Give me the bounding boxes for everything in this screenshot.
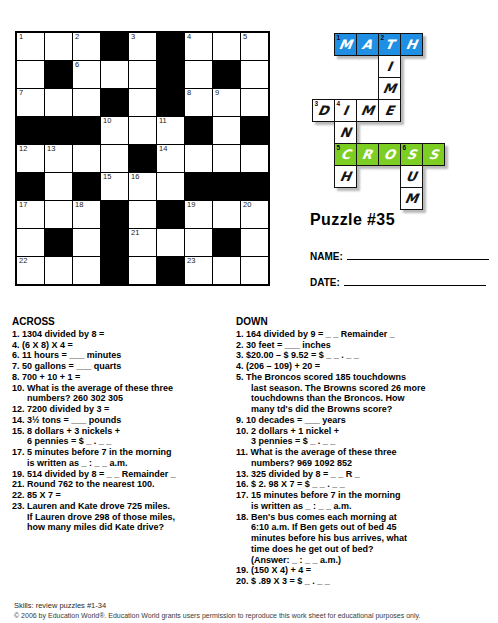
logo-letter: H — [405, 38, 418, 51]
clue-line: 17. 5 minutes before 7 in the morning — [12, 447, 240, 458]
white-cell[interactable] — [73, 229, 100, 256]
black-cell — [157, 61, 184, 88]
clue-line: 11. What is the average of these three — [236, 447, 496, 458]
logo-cell-u: U — [400, 165, 423, 188]
white-cell[interactable] — [17, 229, 44, 256]
clue-line: 17. 15 minutes before 7 in the morning — [236, 490, 496, 501]
logo-letter: R — [361, 148, 373, 161]
mathcross-logo: 1MA2THIM3D4IMEN5CRO6SSHUM — [312, 33, 457, 215]
white-cell[interactable] — [213, 117, 240, 144]
logo-cell-d: 3D — [312, 99, 335, 122]
white-cell[interactable]: 6 — [73, 61, 100, 88]
white-cell[interactable] — [45, 33, 72, 60]
black-cell — [17, 117, 44, 144]
cell-number: 19 — [187, 201, 195, 209]
white-cell[interactable] — [129, 61, 156, 88]
logo-cell-number: 3 — [315, 100, 319, 107]
name-input-line[interactable] — [347, 250, 489, 260]
logo-cell-a: A — [356, 33, 379, 56]
white-cell[interactable]: 15 — [101, 173, 128, 200]
logo-cell-i: 4I — [334, 99, 357, 122]
white-cell[interactable] — [213, 145, 240, 172]
clue-line: minutes before his bus arrives, what — [236, 533, 496, 544]
clue-line: 4. (206 – 109) + 20 = — [236, 361, 496, 372]
crossword-grid: 1234567891011121314151617181920212223 — [15, 31, 270, 286]
cell-number: 14 — [159, 145, 167, 153]
logo-cell-number: 6 — [403, 144, 407, 151]
white-cell[interactable]: 14 — [157, 145, 184, 172]
logo-cell-o: O — [378, 143, 401, 166]
white-cell[interactable]: 22 — [17, 257, 44, 284]
clue-line: 1. 1304 divided by 8 = — [12, 329, 240, 340]
clue-line: last season. The Browns scored 26 more — [236, 383, 496, 394]
white-cell[interactable]: 23 — [185, 257, 212, 284]
cell-number: 23 — [187, 257, 195, 265]
clue-line: numbers? 260 302 305 — [12, 393, 240, 404]
black-cell — [101, 89, 128, 116]
logo-cell-s: S — [422, 143, 445, 166]
cell-number: 16 — [131, 173, 139, 181]
cell-number: 18 — [75, 201, 83, 209]
black-cell — [157, 33, 184, 60]
white-cell[interactable]: 19 — [185, 201, 212, 228]
white-cell[interactable]: 16 — [129, 173, 156, 200]
cell-number: 9 — [215, 89, 219, 97]
clue-line: numbers? 969 1092 852 — [236, 458, 496, 469]
white-cell[interactable]: 12 — [17, 145, 44, 172]
clue-line: 19. (150 X 4) + 4 = — [236, 565, 496, 576]
footer-copyright-line: © 2006 by Education World®. Education Wo… — [14, 611, 494, 621]
cell-number: 5 — [243, 33, 247, 41]
black-cell — [157, 201, 184, 228]
logo-letter: I — [386, 60, 393, 73]
white-cell[interactable] — [129, 201, 156, 228]
clue-line: how many miles did Kate drive? — [12, 522, 240, 533]
clue-line: 16. $ 2. 98 X 7 = $ _ _ . _ _ — [236, 479, 496, 490]
cell-number: 7 — [19, 89, 23, 97]
down-header: DOWN — [236, 317, 496, 328]
black-cell — [241, 117, 268, 144]
cell-number: 13 — [47, 145, 55, 153]
white-cell[interactable] — [17, 61, 44, 88]
logo-cell-h: H — [334, 165, 357, 188]
white-cell[interactable] — [73, 257, 100, 284]
black-cell — [45, 61, 72, 88]
clue-line: 14. 3½ tons = ___ pounds — [12, 415, 240, 426]
clue-line: 13. 325 divided by 8 = _ _ R _ — [236, 469, 496, 480]
logo-letter: H — [339, 170, 352, 183]
white-cell[interactable] — [241, 89, 268, 116]
logo-letter: D — [317, 104, 330, 117]
white-cell[interactable]: 18 — [73, 201, 100, 228]
name-row: NAME: — [310, 250, 489, 262]
white-cell[interactable]: 13 — [45, 145, 72, 172]
clue-line: 3. $20.00 – $ 9.52 = $ _ _ . _ _ — [236, 350, 496, 361]
white-cell[interactable] — [185, 229, 212, 256]
black-cell — [17, 173, 44, 200]
white-cell[interactable] — [45, 173, 72, 200]
clue-line: 10. 2 dollars + 1 nickel + — [236, 426, 496, 437]
footer: Skills: review puzzles #1-34 © 2006 by E… — [14, 601, 494, 621]
clue-line: 6. 11 hours = ___ minutes — [12, 350, 240, 361]
cell-number: 3 — [131, 33, 135, 41]
white-cell[interactable]: 3 — [129, 33, 156, 60]
clue-line: If Lauren drove 298 of those miles, — [12, 512, 240, 523]
white-cell[interactable]: 4 — [185, 33, 212, 60]
white-cell[interactable] — [157, 173, 184, 200]
logo-cell-number: 2 — [381, 34, 385, 41]
black-cell — [185, 173, 212, 200]
white-cell[interactable] — [185, 145, 212, 172]
black-cell — [45, 229, 72, 256]
white-cell[interactable] — [129, 257, 156, 284]
cell-number: 21 — [131, 229, 139, 237]
white-cell[interactable] — [213, 201, 240, 228]
puzzle-title: Puzzle #35 — [310, 211, 395, 229]
logo-letter: E — [384, 104, 395, 117]
clue-line: time does he get out of bed? — [236, 544, 496, 555]
logo-cell-number: 5 — [337, 144, 341, 151]
cell-number: 17 — [19, 201, 27, 209]
white-cell[interactable] — [213, 33, 240, 60]
white-cell[interactable]: 9 — [213, 89, 240, 116]
date-row: DATE: — [310, 276, 486, 288]
cell-number: 6 — [75, 61, 79, 69]
logo-letter: O — [383, 148, 396, 161]
white-cell[interactable] — [241, 61, 268, 88]
cell-number: 1 — [19, 33, 23, 41]
across-column: ACROSS 1. 1304 divided by 8 =4. (6 X 8) … — [12, 317, 240, 533]
cell-number: 12 — [19, 145, 27, 153]
white-cell[interactable]: 2 — [73, 33, 100, 60]
across-list: 1. 1304 divided by 8 =4. (6 X 8) X 4 =6.… — [12, 329, 240, 533]
white-cell[interactable] — [73, 145, 100, 172]
black-cell — [73, 173, 100, 200]
logo-cell-m: 1M — [334, 33, 357, 56]
clue-line: 15. 8 dollars + 3 nickels + — [12, 426, 240, 437]
black-cell — [129, 145, 156, 172]
logo-letter: I — [342, 104, 349, 117]
logo-letter: M — [382, 82, 397, 95]
white-cell[interactable] — [45, 201, 72, 228]
logo-cell-m: M — [378, 77, 401, 100]
black-cell — [241, 173, 268, 200]
logo-letter: M — [404, 192, 419, 205]
clue-line: many td's did the Browns score? — [236, 404, 496, 415]
cell-number: 15 — [103, 173, 111, 181]
clue-line: 8. 700 + 10 + 1 = — [12, 372, 240, 383]
black-cell — [101, 33, 128, 60]
logo-cell-c: 5C — [334, 143, 357, 166]
white-cell[interactable] — [157, 229, 184, 256]
logo-letter: S — [428, 148, 440, 161]
logo-letter: T — [384, 38, 395, 51]
cell-number: 8 — [187, 89, 191, 97]
logo-cell-h: H — [400, 33, 423, 56]
clue-line: 10. What is the average of these three — [12, 383, 240, 394]
cell-number: 20 — [243, 201, 251, 209]
down-column: DOWN 1. 164 divided by 9 = _ _ Remainder… — [236, 317, 496, 587]
footer-skills-line: Skills: review puzzles #1-34 — [14, 601, 494, 611]
black-cell — [101, 257, 128, 284]
white-cell[interactable] — [213, 257, 240, 284]
white-cell[interactable] — [241, 145, 268, 172]
logo-cell-m: M — [400, 187, 423, 210]
clue-line: 7. 50 gallons = ___ quarts — [12, 361, 240, 372]
clue-line: 12. 7200 divided by 3 = — [12, 404, 240, 415]
white-cell[interactable] — [73, 89, 100, 116]
clue-line: is written as _ : _ _ a.m. — [236, 501, 496, 512]
white-cell[interactable] — [45, 257, 72, 284]
clue-line: 21. Round 762 to the nearest 100. — [12, 479, 240, 490]
clue-line: 9. 10 decades = ___ years — [236, 415, 496, 426]
across-header: ACROSS — [12, 317, 240, 328]
logo-cell-number: 4 — [337, 100, 341, 107]
clue-line: touchdowns than the Broncos. How — [236, 393, 496, 404]
clue-line: (Answer: _ : _ _ a.m.) — [236, 555, 496, 566]
white-cell[interactable]: 11 — [157, 117, 184, 144]
logo-letter: S — [406, 148, 418, 161]
black-cell — [73, 117, 100, 144]
logo-cell-m: M — [356, 99, 379, 122]
clue-line: 19. 514 divided by 8 = _ _ Remainder _ — [12, 469, 240, 480]
logo-cell-s: 6S — [400, 143, 423, 166]
logo-letter: M — [338, 38, 353, 51]
black-cell — [213, 173, 240, 200]
white-cell[interactable]: 20 — [241, 201, 268, 228]
clue-line: 4. (6 X 8) X 4 = — [12, 340, 240, 351]
cell-number: 4 — [187, 33, 191, 41]
black-cell — [213, 61, 240, 88]
white-cell[interactable]: 1 — [17, 33, 44, 60]
down-list: 1. 164 divided by 9 = _ _ Remainder _2. … — [236, 329, 496, 587]
date-label: DATE: — [310, 277, 340, 288]
black-cell — [157, 89, 184, 116]
white-cell[interactable]: 21 — [129, 229, 156, 256]
clue-line: 1. 164 divided by 9 = _ _ Remainder _ — [236, 329, 496, 340]
clue-line: 6:10 a.m. If Ben gets out of bed 45 — [236, 522, 496, 533]
cell-number: 2 — [75, 33, 79, 41]
clue-line: 20. $ .89 X 3 = $ _ . _ _ — [236, 576, 496, 587]
white-cell[interactable] — [129, 117, 156, 144]
logo-cell-i: I — [378, 55, 401, 78]
white-cell[interactable] — [185, 61, 212, 88]
clue-line: 3 pennies = $ _ . _ _ — [236, 436, 496, 447]
logo-letter: N — [339, 126, 352, 139]
clue-line: is written as _ : _ _ a.m. — [12, 458, 240, 469]
logo-cell-e: E — [378, 99, 401, 122]
cell-number: 11 — [159, 117, 167, 125]
clue-line: 2. 30 feet = ___ inches — [236, 340, 496, 351]
logo-cell-n: N — [334, 121, 357, 144]
black-cell — [157, 257, 184, 284]
logo-letter: C — [340, 148, 352, 161]
white-cell[interactable]: 10 — [101, 117, 128, 144]
white-cell[interactable] — [101, 145, 128, 172]
white-cell[interactable] — [241, 257, 268, 284]
cell-number: 10 — [103, 117, 111, 125]
clue-line: 22. 85 X 7 = — [12, 490, 240, 501]
white-cell[interactable]: 5 — [241, 33, 268, 60]
clue-line: 6 pennies = $ _ . _ _ — [12, 436, 240, 447]
black-cell — [185, 117, 212, 144]
date-input-line[interactable] — [344, 276, 486, 286]
black-cell — [101, 201, 128, 228]
logo-letter: M — [360, 104, 375, 117]
logo-cell-r: R — [356, 143, 379, 166]
logo-letter: A — [361, 38, 373, 51]
clue-line: 5. The Broncos scored 185 touchdowns — [236, 372, 496, 383]
name-label: NAME: — [310, 251, 343, 262]
white-cell[interactable] — [241, 229, 268, 256]
clue-line: 18. Ben's bus comes each morning at — [236, 512, 496, 523]
white-cell[interactable] — [101, 61, 128, 88]
black-cell — [45, 117, 72, 144]
logo-cell-t: 2T — [378, 33, 401, 56]
white-cell[interactable]: 7 — [17, 89, 44, 116]
white-cell[interactable]: 8 — [185, 89, 212, 116]
clue-line: 23. Lauren and Kate drove 725 miles. — [12, 501, 240, 512]
white-cell[interactable]: 17 — [17, 201, 44, 228]
black-cell — [213, 229, 240, 256]
cell-number: 22 — [19, 257, 27, 265]
black-cell — [101, 229, 128, 256]
logo-letter: U — [405, 170, 418, 183]
white-cell[interactable] — [45, 89, 72, 116]
white-cell[interactable] — [129, 89, 156, 116]
